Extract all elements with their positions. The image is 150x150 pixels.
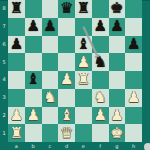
square-c6[interactable]	[42, 36, 59, 54]
square-b1[interactable]	[25, 124, 42, 142]
file-label-e: e	[75, 142, 92, 150]
black-rook-e8[interactable]: ♜	[75, 0, 92, 18]
square-b3[interactable]	[25, 89, 42, 107]
rank-label-2: 2	[0, 107, 8, 125]
white-knight-c3[interactable]: ♞	[42, 89, 59, 107]
black-pawn-a6[interactable]: ♟	[8, 36, 25, 54]
white-pawn-g2[interactable]: ♟	[109, 107, 126, 125]
rank-label-3: 3	[0, 89, 8, 107]
white-rook-e4[interactable]: ♜	[75, 71, 92, 89]
square-h1[interactable]	[125, 124, 142, 142]
square-f8[interactable]	[92, 0, 109, 18]
black-pawn-b7[interactable]: ♟	[25, 18, 42, 36]
square-f4[interactable]	[92, 71, 109, 89]
square-g5[interactable]	[109, 53, 126, 71]
square-e2[interactable]	[75, 107, 92, 125]
rank-label-4: 4	[0, 71, 8, 89]
chess-board-photo: 87654321 ♜♛♜♚♟♟♟♟♟♝♟♟♞♝♟♜♞♞♟♟♟♝♟♟♜♛♚ abc…	[0, 0, 150, 150]
square-f1[interactable]	[92, 124, 109, 142]
white-pawn-d4[interactable]: ♟	[58, 71, 75, 89]
black-pawn-g7[interactable]: ♟	[109, 18, 126, 36]
black-bishop-b4[interactable]: ♝	[25, 71, 42, 89]
square-b6[interactable]	[25, 36, 42, 54]
square-a4[interactable]	[8, 71, 25, 89]
square-c5[interactable]	[42, 53, 59, 71]
square-h5[interactable]	[125, 53, 142, 71]
square-a3[interactable]	[8, 89, 25, 107]
square-e7[interactable]	[75, 18, 92, 36]
white-bishop-d2[interactable]: ♝	[58, 107, 75, 125]
black-pawn-h6[interactable]: ♟	[125, 36, 142, 54]
square-d6[interactable]	[58, 36, 75, 54]
square-b8[interactable]	[25, 0, 42, 18]
square-c4[interactable]	[42, 71, 59, 89]
square-e3[interactable]	[75, 89, 92, 107]
board[interactable]: ♜♛♜♚♟♟♟♟♟♝♟♟♞♝♟♜♞♞♟♟♟♝♟♟♜♛♚	[8, 0, 142, 142]
file-label-b: b	[25, 142, 42, 150]
square-b5[interactable]	[25, 53, 42, 71]
rank-label-8: 8	[0, 0, 8, 18]
file-label-c: c	[42, 142, 59, 150]
file-label-a: a	[8, 142, 25, 150]
white-pawn-b2[interactable]: ♟	[25, 107, 42, 125]
file-label-d: d	[58, 142, 75, 150]
black-rook-a8[interactable]: ♜	[8, 0, 25, 18]
black-queen-d8[interactable]: ♛	[58, 0, 75, 18]
square-g6[interactable]	[109, 36, 126, 54]
file-labels: abcdefgh	[8, 142, 142, 150]
square-g3[interactable]	[109, 89, 126, 107]
square-h4[interactable]	[125, 71, 142, 89]
square-d3[interactable]	[58, 89, 75, 107]
black-king-g8[interactable]: ♚	[109, 0, 126, 18]
black-pawn-f7[interactable]: ♟	[92, 18, 109, 36]
square-c1[interactable]	[42, 124, 59, 142]
white-knight-f3[interactable]: ♞	[92, 89, 109, 107]
rank-label-7: 7	[0, 18, 8, 36]
white-pawn-e5[interactable]: ♟	[75, 53, 92, 71]
square-f6[interactable]	[92, 36, 109, 54]
square-h8[interactable]	[125, 0, 142, 18]
white-pawn-f2[interactable]: ♟	[92, 107, 109, 125]
black-bishop-e6[interactable]: ♝	[75, 36, 92, 54]
white-king-g1[interactable]: ♚	[109, 124, 126, 142]
square-h2[interactable]	[125, 107, 142, 125]
black-knight-f5[interactable]: ♞	[92, 53, 109, 71]
white-pawn-h3[interactable]: ♟	[125, 89, 142, 107]
file-label-g: g	[109, 142, 126, 150]
square-h7[interactable]	[125, 18, 142, 36]
corner-circle	[144, 143, 150, 150]
square-g4[interactable]	[109, 71, 126, 89]
square-a7[interactable]	[8, 18, 25, 36]
rank-labels: 87654321	[0, 0, 8, 142]
file-label-f: f	[92, 142, 109, 150]
rank-label-1: 1	[0, 124, 8, 142]
rank-label-5: 5	[0, 53, 8, 71]
square-d7[interactable]	[58, 18, 75, 36]
file-label-h: h	[125, 142, 142, 150]
square-e1[interactable]	[75, 124, 92, 142]
square-c2[interactable]	[42, 107, 59, 125]
square-d5[interactable]	[58, 53, 75, 71]
white-pawn-a2[interactable]: ♟	[8, 107, 25, 125]
white-rook-a1[interactable]: ♜	[8, 124, 25, 142]
square-a5[interactable]	[8, 53, 25, 71]
black-pawn-c7[interactable]: ♟	[42, 18, 59, 36]
square-c8[interactable]	[42, 0, 59, 18]
rank-label-6: 6	[0, 36, 8, 54]
white-queen-d1[interactable]: ♛	[58, 124, 75, 142]
